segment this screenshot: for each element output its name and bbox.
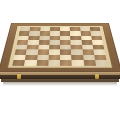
brass-latch-right-icon — [95, 74, 99, 79]
board-top-surface — [0, 23, 120, 72]
square-a1[interactable] — [12, 60, 25, 66]
square-d1[interactable] — [48, 60, 60, 66]
square-g1[interactable] — [83, 60, 96, 66]
square-c1[interactable] — [36, 60, 48, 66]
square-f1[interactable] — [72, 60, 84, 66]
brass-latch-left-icon — [17, 74, 21, 79]
chess-board-photo — [0, 0, 120, 120]
square-e1[interactable] — [60, 60, 72, 66]
square-b1[interactable] — [24, 60, 37, 66]
square-h1[interactable] — [95, 60, 108, 66]
chess-board[interactable] — [12, 27, 107, 65]
box-drop-shadow — [3, 82, 117, 86]
